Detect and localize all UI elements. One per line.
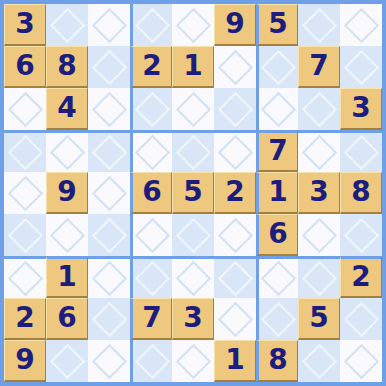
given-digit: 2 (351, 263, 370, 291)
cell-r7c7[interactable] (256, 256, 298, 298)
given-digit: 4 (57, 94, 76, 122)
diamond-icon (7, 91, 42, 126)
given-digit: 3 (183, 304, 202, 332)
diamond-icon (261, 49, 296, 84)
diamond-icon (343, 301, 378, 336)
diamond-icon (343, 135, 378, 170)
given-digit: 5 (309, 304, 328, 332)
cell-r3c7[interactable] (256, 88, 298, 130)
cell-r2c7[interactable] (256, 46, 298, 88)
diamond-icon (7, 135, 42, 170)
diamond-icon (135, 261, 170, 296)
cell-r4c8[interactable] (298, 130, 340, 172)
diamond-icon (49, 217, 84, 252)
cell-r5c5: 5 (172, 172, 214, 214)
given-digit: 8 (268, 346, 287, 374)
cell-r1c6: 9 (214, 4, 256, 46)
diamond-icon (7, 175, 42, 210)
diamond-icon (135, 343, 170, 378)
given-digit: 6 (142, 178, 161, 206)
cell-r9c6: 1 (214, 340, 256, 382)
diamond-icon (301, 261, 336, 296)
cell-r9c9[interactable] (340, 340, 382, 382)
diamond-icon (7, 261, 42, 296)
cell-r7c3[interactable] (88, 256, 130, 298)
cell-r2c4: 2 (130, 46, 172, 88)
cell-r3c8[interactable] (298, 88, 340, 130)
cell-r6c4[interactable] (130, 214, 172, 256)
diamond-icon (135, 217, 170, 252)
diamond-icon (135, 7, 170, 42)
diamond-icon (91, 49, 126, 84)
cell-r2c6[interactable] (214, 46, 256, 88)
cell-r9c3[interactable] (88, 340, 130, 382)
cell-r1c5[interactable] (172, 4, 214, 46)
cell-r9c1: 9 (4, 340, 46, 382)
cell-r2c5: 1 (172, 46, 214, 88)
cell-r7c6[interactable] (214, 256, 256, 298)
given-digit: 2 (225, 178, 244, 206)
cell-r8c7[interactable] (256, 298, 298, 340)
diamond-icon (91, 135, 126, 170)
given-digit: 3 (351, 94, 370, 122)
given-digit: 3 (309, 178, 328, 206)
cell-r4c1[interactable] (4, 130, 46, 172)
cell-r7c9: 2 (340, 256, 382, 298)
cell-r6c5[interactable] (172, 214, 214, 256)
diamond-icon (301, 343, 336, 378)
cell-r7c8[interactable] (298, 256, 340, 298)
diamond-icon (135, 135, 170, 170)
sudoku-board: 39568217437965213861226735918 (0, 0, 386, 386)
diamond-icon (91, 301, 126, 336)
given-digit: 1 (183, 52, 202, 80)
diamond-icon (343, 343, 378, 378)
cell-r5c4: 6 (130, 172, 172, 214)
given-digit: 1 (57, 263, 76, 291)
given-digit: 2 (15, 304, 34, 332)
given-digit: 3 (15, 10, 34, 38)
diamond-icon (135, 91, 170, 126)
cell-r9c4[interactable] (130, 340, 172, 382)
cell-r6c7: 6 (256, 214, 298, 256)
cell-r8c8: 5 (298, 298, 340, 340)
given-digit: 9 (15, 346, 34, 374)
cell-r2c9[interactable] (340, 46, 382, 88)
cell-r2c8: 7 (298, 46, 340, 88)
cell-r3c3[interactable] (88, 88, 130, 130)
diamond-icon (343, 49, 378, 84)
diamond-icon (343, 217, 378, 252)
given-digit: 6 (57, 304, 76, 332)
cell-r4c5[interactable] (172, 130, 214, 172)
cell-r2c1: 6 (4, 46, 46, 88)
cell-r8c5: 3 (172, 298, 214, 340)
diamond-icon (301, 7, 336, 42)
given-digit: 2 (142, 52, 161, 80)
cell-r4c2[interactable] (46, 130, 88, 172)
cell-r8c2: 6 (46, 298, 88, 340)
given-digit: 5 (183, 178, 202, 206)
diamond-icon (217, 91, 252, 126)
cell-r3c5[interactable] (172, 88, 214, 130)
cell-r8c4: 7 (130, 298, 172, 340)
cell-r6c2[interactable] (46, 214, 88, 256)
cell-r8c9[interactable] (340, 298, 382, 340)
diamond-icon (217, 135, 252, 170)
diamond-icon (261, 261, 296, 296)
cell-r1c2[interactable] (46, 4, 88, 46)
cell-r1c7: 5 (256, 4, 298, 46)
cell-r3c6[interactable] (214, 88, 256, 130)
diamond-icon (301, 217, 336, 252)
diamond-icon (301, 91, 336, 126)
cell-r1c8[interactable] (298, 4, 340, 46)
cell-r4c9[interactable] (340, 130, 382, 172)
diamond-icon (175, 343, 210, 378)
diamond-icon (91, 343, 126, 378)
cell-r3c4[interactable] (130, 88, 172, 130)
cell-r9c7: 8 (256, 340, 298, 382)
diamond-icon (7, 217, 42, 252)
cell-r6c1[interactable] (4, 214, 46, 256)
cell-r3c9: 3 (340, 88, 382, 130)
cell-r7c2: 1 (46, 256, 88, 298)
given-digit: 8 (57, 52, 76, 80)
diamond-icon (91, 91, 126, 126)
diamond-icon (261, 301, 296, 336)
cell-r5c6: 2 (214, 172, 256, 214)
cell-r3c2: 4 (46, 88, 88, 130)
cell-r9c5[interactable] (172, 340, 214, 382)
diamond-icon (217, 261, 252, 296)
diamond-icon (217, 49, 252, 84)
cell-r7c1[interactable] (4, 256, 46, 298)
given-digit: 7 (142, 304, 161, 332)
cell-r8c1: 2 (4, 298, 46, 340)
cell-r8c3[interactable] (88, 298, 130, 340)
diamond-icon (49, 343, 84, 378)
given-digit: 7 (309, 52, 328, 80)
cell-r6c9[interactable] (340, 214, 382, 256)
cell-r4c4[interactable] (130, 130, 172, 172)
given-digit: 1 (225, 346, 244, 374)
cell-r1c4[interactable] (130, 4, 172, 46)
diamond-icon (175, 261, 210, 296)
diamond-icon (217, 301, 252, 336)
cell-r6c3[interactable] (88, 214, 130, 256)
diamond-icon (91, 261, 126, 296)
given-digit: 8 (351, 178, 370, 206)
cell-r5c7: 1 (256, 172, 298, 214)
cell-r5c1[interactable] (4, 172, 46, 214)
diamond-icon (343, 7, 378, 42)
cell-r5c2: 9 (46, 172, 88, 214)
cell-r9c8[interactable] (298, 340, 340, 382)
cell-r5c8: 3 (298, 172, 340, 214)
cell-r8c6[interactable] (214, 298, 256, 340)
given-digit: 6 (15, 52, 34, 80)
cell-r1c1: 3 (4, 4, 46, 46)
diamond-icon (175, 217, 210, 252)
cell-r2c3[interactable] (88, 46, 130, 88)
diamond-icon (91, 7, 126, 42)
given-digit: 1 (268, 178, 287, 206)
cell-r7c5[interactable] (172, 256, 214, 298)
cell-r9c2[interactable] (46, 340, 88, 382)
cell-r6c8[interactable] (298, 214, 340, 256)
diamond-icon (49, 135, 84, 170)
diamond-icon (91, 217, 126, 252)
cell-r6c6[interactable] (214, 214, 256, 256)
given-digit: 6 (268, 220, 287, 248)
diamond-icon (175, 135, 210, 170)
diamond-icon (217, 217, 252, 252)
diamond-icon (301, 135, 336, 170)
cell-r5c9: 8 (340, 172, 382, 214)
cell-r4c7: 7 (256, 130, 298, 172)
diamond-icon (261, 91, 296, 126)
cell-r3c1[interactable] (4, 88, 46, 130)
diamond-icon (175, 91, 210, 126)
cell-r4c6[interactable] (214, 130, 256, 172)
diamond-icon (91, 175, 126, 210)
diamond-icon (49, 7, 84, 42)
cell-r1c3[interactable] (88, 4, 130, 46)
given-digit: 5 (268, 10, 287, 38)
diamond-icon (175, 7, 210, 42)
given-digit: 9 (57, 178, 76, 206)
given-digit: 7 (268, 137, 287, 165)
given-digit: 9 (225, 10, 244, 38)
cell-r4c3[interactable] (88, 130, 130, 172)
cell-r7c4[interactable] (130, 256, 172, 298)
cell-r2c2: 8 (46, 46, 88, 88)
cell-r5c3[interactable] (88, 172, 130, 214)
cell-r1c9[interactable] (340, 4, 382, 46)
